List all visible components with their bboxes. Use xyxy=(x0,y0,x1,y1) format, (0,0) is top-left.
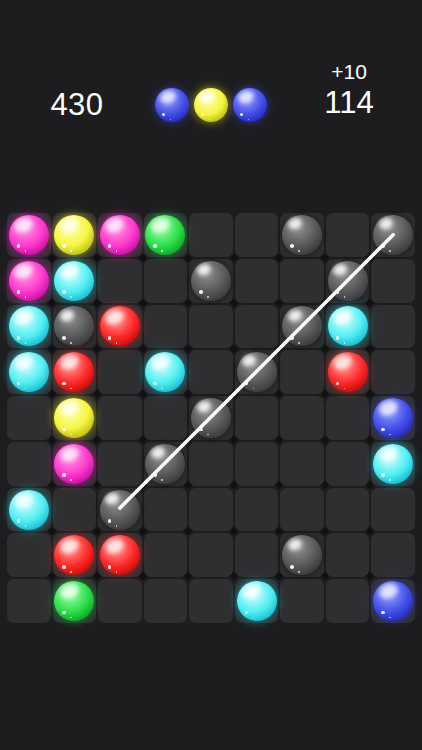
board-cell[interactable] xyxy=(53,259,97,303)
board-cell[interactable] xyxy=(189,305,233,349)
board-cell[interactable] xyxy=(7,442,51,486)
ball-gray[interactable] xyxy=(191,261,231,301)
ball-red[interactable] xyxy=(100,306,140,346)
board-cell[interactable] xyxy=(235,579,279,623)
board-cell[interactable] xyxy=(98,533,142,577)
ball-blue[interactable] xyxy=(373,398,413,438)
ball-green[interactable] xyxy=(145,215,185,255)
board-cell[interactable] xyxy=(53,305,97,349)
board-cell[interactable] xyxy=(189,350,233,394)
ball-cyan[interactable] xyxy=(328,306,368,346)
right-score: 114 xyxy=(294,86,404,120)
ball-blue[interactable] xyxy=(373,581,413,621)
board-cell[interactable] xyxy=(53,213,97,257)
board-cell[interactable] xyxy=(235,350,279,394)
board-cell[interactable] xyxy=(53,579,97,623)
board-cell[interactable] xyxy=(189,442,233,486)
board-cell[interactable] xyxy=(189,533,233,577)
ball-green[interactable] xyxy=(54,581,94,621)
board-cell[interactable] xyxy=(326,442,370,486)
ball-red[interactable] xyxy=(54,352,94,392)
board-cell[interactable] xyxy=(53,442,97,486)
board-cell[interactable] xyxy=(98,213,142,257)
board-cell[interactable] xyxy=(144,259,188,303)
board-cell[interactable] xyxy=(98,350,142,394)
board-cell[interactable] xyxy=(280,396,324,440)
board-cell[interactable] xyxy=(326,533,370,577)
board-cell[interactable] xyxy=(7,213,51,257)
ball-gray[interactable] xyxy=(54,306,94,346)
board-cell[interactable] xyxy=(235,442,279,486)
bonus-points: +10 xyxy=(294,59,404,84)
ball-cyan[interactable] xyxy=(9,306,49,346)
board-cell[interactable] xyxy=(280,488,324,532)
ball-gray[interactable] xyxy=(237,352,277,392)
board-cell[interactable] xyxy=(7,579,51,623)
board-cell[interactable] xyxy=(280,350,324,394)
board-cell[interactable] xyxy=(7,396,51,440)
right-score-block: +10 114 xyxy=(294,59,404,120)
board-cell[interactable] xyxy=(98,259,142,303)
board-cell[interactable] xyxy=(371,305,415,349)
board-cell[interactable] xyxy=(7,488,51,532)
board-cell[interactable] xyxy=(371,442,415,486)
ball-gray[interactable] xyxy=(373,215,413,255)
board-cell[interactable] xyxy=(326,259,370,303)
board-cell[interactable] xyxy=(144,579,188,623)
ball-gray[interactable] xyxy=(145,444,185,484)
board-cell[interactable] xyxy=(144,442,188,486)
ball-cyan[interactable] xyxy=(373,444,413,484)
board-cell[interactable] xyxy=(144,305,188,349)
board-cell[interactable] xyxy=(235,213,279,257)
board-cell[interactable] xyxy=(326,579,370,623)
board-cell[interactable] xyxy=(371,488,415,532)
board-cell[interactable] xyxy=(7,533,51,577)
ball-gray[interactable] xyxy=(282,215,322,255)
game-screen: 430 +10 114 xyxy=(0,0,422,750)
ball-gray[interactable] xyxy=(100,490,140,530)
board-cell[interactable] xyxy=(326,488,370,532)
board-cell[interactable] xyxy=(144,350,188,394)
board-cell[interactable] xyxy=(98,305,142,349)
next-ball-blue xyxy=(155,88,189,122)
board-cell[interactable] xyxy=(280,259,324,303)
board-cell[interactable] xyxy=(53,350,97,394)
board-cell[interactable] xyxy=(235,488,279,532)
board-cell[interactable] xyxy=(280,442,324,486)
board-cell[interactable] xyxy=(280,305,324,349)
board-cell[interactable] xyxy=(98,442,142,486)
board-cell[interactable] xyxy=(371,213,415,257)
board-cell[interactable] xyxy=(371,579,415,623)
ball-cyan[interactable] xyxy=(9,490,49,530)
ball-cyan[interactable] xyxy=(237,581,277,621)
board-cell[interactable] xyxy=(7,350,51,394)
board-cell[interactable] xyxy=(144,213,188,257)
ball-gray[interactable] xyxy=(191,398,231,438)
board-cell[interactable] xyxy=(98,488,142,532)
board-cell[interactable] xyxy=(189,396,233,440)
board-cell[interactable] xyxy=(371,396,415,440)
board-cell[interactable] xyxy=(98,396,142,440)
ball-gray[interactable] xyxy=(328,261,368,301)
board-cell[interactable] xyxy=(189,259,233,303)
ball-pink[interactable] xyxy=(9,215,49,255)
board-cell[interactable] xyxy=(189,579,233,623)
board-cell[interactable] xyxy=(371,350,415,394)
next-ball-yellow xyxy=(194,88,228,122)
board-cell[interactable] xyxy=(144,488,188,532)
board-cell[interactable] xyxy=(235,396,279,440)
board-cell[interactable] xyxy=(189,488,233,532)
board-cell[interactable] xyxy=(144,396,188,440)
board-cell[interactable] xyxy=(144,533,188,577)
board-cell[interactable] xyxy=(235,259,279,303)
ball-cyan[interactable] xyxy=(145,352,185,392)
ball-pink[interactable] xyxy=(9,261,49,301)
game-board xyxy=(7,213,415,623)
board-cell[interactable] xyxy=(326,213,370,257)
board-cell[interactable] xyxy=(280,579,324,623)
ball-red[interactable] xyxy=(100,535,140,575)
ball-cyan[interactable] xyxy=(54,261,94,301)
board-cell[interactable] xyxy=(326,350,370,394)
board-cell[interactable] xyxy=(371,533,415,577)
board-cell[interactable] xyxy=(280,213,324,257)
board-cell[interactable] xyxy=(98,579,142,623)
board-cell[interactable] xyxy=(53,488,97,532)
ball-pink[interactable] xyxy=(100,215,140,255)
board-cell[interactable] xyxy=(53,533,97,577)
ball-yellow[interactable] xyxy=(54,398,94,438)
ball-gray[interactable] xyxy=(282,306,322,346)
board-cell[interactable] xyxy=(326,305,370,349)
board-cell[interactable] xyxy=(280,533,324,577)
board-cell[interactable] xyxy=(189,213,233,257)
board-cell[interactable] xyxy=(7,259,51,303)
ball-cyan[interactable] xyxy=(9,352,49,392)
ball-pink[interactable] xyxy=(54,444,94,484)
board-cell[interactable] xyxy=(235,533,279,577)
board-cell[interactable] xyxy=(53,396,97,440)
ball-red[interactable] xyxy=(328,352,368,392)
ball-gray[interactable] xyxy=(282,535,322,575)
next-ball-blue xyxy=(233,88,267,122)
ball-red[interactable] xyxy=(54,535,94,575)
board-cell[interactable] xyxy=(7,305,51,349)
ball-yellow[interactable] xyxy=(54,215,94,255)
board-cell[interactable] xyxy=(326,396,370,440)
board-cell[interactable] xyxy=(235,305,279,349)
board-cell[interactable] xyxy=(371,259,415,303)
